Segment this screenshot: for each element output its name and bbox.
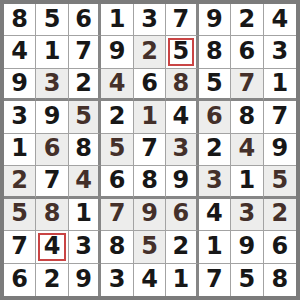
cell-r6c7[interactable]: 3 [199,166,231,198]
cell-r2c6[interactable]: 5 [166,36,198,68]
cell-r5c4[interactable]: 5 [101,134,133,166]
cell-r7c3[interactable]: 1 [69,199,101,231]
cell-r1c6[interactable]: 7 [166,4,198,36]
cell-r5c1[interactable]: 1 [4,134,36,166]
cell-digit: 1 [141,104,158,128]
cell-digit: 6 [238,39,255,63]
cell-r5c5[interactable]: 7 [134,134,166,166]
cell-digit: 4 [75,168,92,192]
cell-digit: 2 [11,168,28,192]
cell-r8c9[interactable]: 6 [264,231,296,263]
cell-digit: 9 [75,267,92,291]
cell-digit: 8 [206,39,223,63]
cell-r5c7[interactable]: 2 [199,134,231,166]
cell-r1c5[interactable]: 3 [134,4,166,36]
cell-r6c2[interactable]: 7 [36,166,68,198]
cell-r2c4[interactable]: 9 [101,36,133,68]
cell-r3c6[interactable]: 8 [166,69,198,101]
cell-digit: 1 [271,71,288,95]
cell-r1c1[interactable]: 8 [4,4,36,36]
cell-r3c4[interactable]: 4 [101,69,133,101]
sudoku-board: 8561379244179258639324685713952146871685… [0,0,300,300]
cell-digit: 8 [238,104,255,128]
cell-digit: 9 [206,7,223,31]
cell-digit: 9 [44,104,61,128]
cell-r4c8[interactable]: 8 [231,101,263,133]
cell-digit: 1 [173,267,190,291]
cell-r8c7[interactable]: 1 [199,231,231,263]
cell-digit: 7 [44,168,61,192]
cell-digit: 8 [109,234,126,258]
cell-r1c2[interactable]: 5 [36,4,68,36]
cell-digit: 3 [44,71,61,95]
cell-r9c4[interactable]: 3 [101,264,133,296]
cell-digit: 2 [75,71,92,95]
cell-r7c9[interactable]: 2 [264,199,296,231]
cell-digit: 9 [109,39,126,63]
cell-digit: 9 [141,201,158,225]
cell-digit: 4 [11,39,28,63]
cell-digit: 4 [44,234,61,258]
cell-digit: 2 [206,136,223,160]
cell-digit: 6 [271,234,288,258]
cell-digit: 3 [238,201,255,225]
cell-digit: 9 [11,71,28,95]
cell-r4c1[interactable]: 3 [4,101,36,133]
cell-r2c2[interactable]: 1 [36,36,68,68]
cell-digit: 9 [271,136,288,160]
cell-r3c9[interactable]: 1 [264,69,296,101]
cell-r4c7[interactable]: 6 [199,101,231,133]
cell-r9c7[interactable]: 7 [199,264,231,296]
cell-r2c1[interactable]: 4 [4,36,36,68]
cell-r6c3[interactable]: 4 [69,166,101,198]
cell-digit: 5 [206,71,223,95]
cell-r8c5[interactable]: 5 [134,231,166,263]
cell-digit: 5 [75,104,92,128]
cell-r1c9[interactable]: 4 [264,4,296,36]
cell-digit: 2 [173,234,190,258]
cell-r1c3[interactable]: 6 [69,4,101,36]
cell-r9c3[interactable]: 9 [69,264,101,296]
cell-digit: 3 [109,267,126,291]
cell-digit: 5 [109,136,126,160]
cell-digit: 9 [238,234,255,258]
cell-digit: 8 [11,7,28,31]
cell-digit: 3 [75,234,92,258]
cell-digit: 2 [109,104,126,128]
cell-digit: 2 [44,267,61,291]
cell-digit: 5 [238,267,255,291]
cell-r4c6[interactable]: 4 [166,101,198,133]
cell-digit: 3 [11,104,28,128]
cell-digit: 7 [75,39,92,63]
cell-r4c2[interactable]: 9 [36,101,68,133]
cell-r6c8[interactable]: 1 [231,166,263,198]
cell-digit: 1 [238,168,255,192]
cell-r3c7[interactable]: 5 [199,69,231,101]
cell-r5c9[interactable]: 9 [264,134,296,166]
cell-digit: 2 [271,201,288,225]
cell-digit: 4 [141,267,158,291]
cell-r8c4[interactable]: 8 [101,231,133,263]
cell-digit: 8 [141,168,158,192]
cell-digit: 5 [44,7,61,31]
cell-r3c1[interactable]: 9 [4,69,36,101]
cell-r4c3[interactable]: 5 [69,101,101,133]
cell-r5c3[interactable]: 8 [69,134,101,166]
cell-r8c2[interactable]: 4 [36,231,68,263]
cell-r6c5[interactable]: 8 [134,166,166,198]
cell-digit: 7 [173,7,190,31]
cell-digit: 7 [238,71,255,95]
cell-r2c7[interactable]: 8 [199,36,231,68]
cell-digit: 6 [109,168,126,192]
cell-r1c8[interactable]: 2 [231,4,263,36]
cell-digit: 3 [141,7,158,31]
cell-r9c5[interactable]: 4 [134,264,166,296]
cell-r8c8[interactable]: 9 [231,231,263,263]
cell-r7c4[interactable]: 7 [101,199,133,231]
cell-r2c9[interactable]: 3 [264,36,296,68]
cell-digit: 7 [141,136,158,160]
cell-r3c2[interactable]: 3 [36,69,68,101]
cell-digit: 6 [75,7,92,31]
cell-digit: 5 [11,201,28,225]
cell-r3c8[interactable]: 7 [231,69,263,101]
cell-r8c6[interactable]: 2 [166,231,198,263]
cell-digit: 1 [109,7,126,31]
cell-digit: 8 [271,267,288,291]
cell-digit: 8 [173,71,190,95]
cell-digit: 7 [109,201,126,225]
cell-r3c3[interactable]: 2 [69,69,101,101]
cell-r2c3[interactable]: 7 [69,36,101,68]
cell-digit: 2 [141,39,158,63]
cell-digit: 6 [44,136,61,160]
cell-r7c5[interactable]: 9 [134,199,166,231]
cell-digit: 6 [141,71,158,95]
cell-r4c9[interactable]: 7 [264,101,296,133]
cell-digit: 1 [11,136,28,160]
cell-digit: 7 [11,234,28,258]
cell-r3c5[interactable]: 6 [134,69,166,101]
cell-digit: 3 [271,39,288,63]
cell-r7c8[interactable]: 3 [231,199,263,231]
cell-r7c1[interactable]: 5 [4,199,36,231]
cell-r6c1[interactable]: 2 [4,166,36,198]
cell-r8c1[interactable]: 7 [4,231,36,263]
cell-r9c8[interactable]: 5 [231,264,263,296]
cell-digit: 4 [109,71,126,95]
cell-r5c8[interactable]: 4 [231,134,263,166]
cell-r5c6[interactable]: 3 [166,134,198,166]
cell-digit: 4 [206,201,223,225]
cell-r9c6[interactable]: 1 [166,264,198,296]
cell-r1c7[interactable]: 9 [199,4,231,36]
cell-digit: 5 [141,234,158,258]
cell-r9c1[interactable]: 6 [4,264,36,296]
cell-digit: 5 [173,39,190,63]
cell-digit: 3 [173,136,190,160]
cell-digit: 6 [11,267,28,291]
cell-r6c6[interactable]: 9 [166,166,198,198]
cell-digit: 4 [173,104,190,128]
cell-digit: 6 [173,201,190,225]
cell-r4c4[interactable]: 2 [101,101,133,133]
cell-r8c3[interactable]: 3 [69,231,101,263]
cell-r7c2[interactable]: 8 [36,199,68,231]
cell-r1c4[interactable]: 1 [101,4,133,36]
cell-r9c9[interactable]: 8 [264,264,296,296]
cell-digit: 8 [44,201,61,225]
cell-digit: 1 [75,201,92,225]
cell-r7c6[interactable]: 6 [166,199,198,231]
cell-digit: 5 [271,168,288,192]
cell-digit: 4 [271,7,288,31]
cell-digit: 1 [206,234,223,258]
cell-digit: 2 [238,7,255,31]
cell-digit: 6 [206,104,223,128]
cell-digit: 1 [44,39,61,63]
cell-digit: 3 [206,168,223,192]
cell-r4c5[interactable]: 1 [134,101,166,133]
cell-r7c7[interactable]: 4 [199,199,231,231]
cell-digit: 4 [238,136,255,160]
cell-digit: 7 [206,267,223,291]
cell-r6c4[interactable]: 6 [101,166,133,198]
cell-r2c8[interactable]: 6 [231,36,263,68]
cell-digit: 9 [173,168,190,192]
cell-r6c9[interactable]: 5 [264,166,296,198]
cell-r9c2[interactable]: 2 [36,264,68,296]
cell-digit: 7 [271,104,288,128]
cell-r2c5[interactable]: 2 [134,36,166,68]
cell-r5c2[interactable]: 6 [36,134,68,166]
cell-digit: 8 [75,136,92,160]
